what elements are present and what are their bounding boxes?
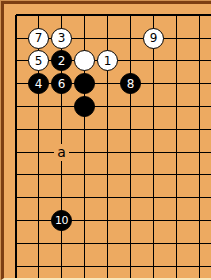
- board-intersection: [73, 232, 96, 255]
- board-intersection: [73, 95, 96, 118]
- board-intersection: [27, 118, 50, 141]
- board-intersection: [73, 4, 96, 27]
- board-intersection: [119, 164, 142, 187]
- board-intersection: [165, 27, 188, 50]
- board-intersection: [4, 232, 27, 255]
- board-intersection: [119, 4, 142, 27]
- board-intersection: [188, 118, 211, 141]
- board-intersection: [4, 118, 27, 141]
- board-intersection: [50, 186, 73, 209]
- board-intersection: [4, 4, 27, 27]
- board-intersection: [96, 118, 119, 141]
- board-intersection: [50, 255, 73, 278]
- board-intersection: [119, 118, 142, 141]
- board-intersection: [142, 72, 165, 95]
- stone-number: 10: [55, 215, 68, 226]
- stone-number: 5: [35, 55, 43, 67]
- board-intersection: [73, 209, 96, 232]
- board-intersection: [119, 186, 142, 209]
- board-intersection: [165, 255, 188, 278]
- black-stone-4: 4: [28, 73, 49, 94]
- stone-number: 8: [127, 78, 135, 90]
- black-stone-10: 10: [51, 210, 72, 231]
- board-intersection: [119, 95, 142, 118]
- board-intersection: [119, 209, 142, 232]
- board-intersection: [4, 50, 27, 73]
- board-intersection: 4: [27, 72, 50, 95]
- board-intersection: [50, 4, 73, 27]
- board-intersection: [188, 50, 211, 73]
- board-frame: 739521468a10: [1, 1, 211, 280]
- board-intersection: [188, 209, 211, 232]
- board-intersection: [27, 209, 50, 232]
- board-intersection: [50, 164, 73, 187]
- board-intersection: [4, 27, 27, 50]
- board-intersection: [27, 255, 50, 278]
- board-intersection: [73, 50, 96, 73]
- board-intersection: [96, 255, 119, 278]
- white-stone-1: 1: [97, 50, 118, 71]
- board-intersection: [119, 141, 142, 164]
- board-intersection: [96, 141, 119, 164]
- board-intersection: [142, 141, 165, 164]
- board-intersection: [165, 186, 188, 209]
- board-intersection: a: [50, 141, 73, 164]
- board-intersection: [188, 4, 211, 27]
- board-intersection: [142, 118, 165, 141]
- board-intersection: [165, 141, 188, 164]
- stone-number: 1: [104, 55, 112, 67]
- board-intersection: [73, 118, 96, 141]
- board-intersection: 8: [119, 72, 142, 95]
- board-intersection: 5: [27, 50, 50, 73]
- black-stone: [74, 73, 95, 94]
- board-intersection: [50, 232, 73, 255]
- board-intersection: [96, 209, 119, 232]
- board-intersection: [142, 4, 165, 27]
- board-intersection: [4, 72, 27, 95]
- board-intersection: [96, 27, 119, 50]
- white-stone-9: 9: [143, 28, 164, 49]
- board-intersection: [188, 255, 211, 278]
- board-intersection: 1: [96, 50, 119, 73]
- board-intersection: [188, 72, 211, 95]
- board-intersection: [142, 232, 165, 255]
- board-intersection: [73, 27, 96, 50]
- board-intersection: 7: [27, 27, 50, 50]
- board-intersection: [165, 50, 188, 73]
- board-intersection: [142, 50, 165, 73]
- board-intersection: [4, 186, 27, 209]
- board-intersection: [165, 72, 188, 95]
- stone-number: 2: [58, 55, 66, 67]
- board-intersection: [188, 27, 211, 50]
- board-intersection: [4, 164, 27, 187]
- go-diagram: 739521468a10: [0, 0, 211, 280]
- board-intersection: [165, 232, 188, 255]
- board-intersection: [4, 95, 27, 118]
- board-intersection: [142, 186, 165, 209]
- board-intersection: [4, 141, 27, 164]
- board-intersection: [96, 4, 119, 27]
- board-intersection: [73, 186, 96, 209]
- board-intersection: [50, 95, 73, 118]
- board-intersection: [188, 164, 211, 187]
- board-intersection: [142, 255, 165, 278]
- board-intersection: [27, 164, 50, 187]
- board-intersection: [73, 164, 96, 187]
- go-board-grid: 739521468a10: [4, 4, 211, 278]
- board-intersection: [96, 72, 119, 95]
- board-intersection: [96, 164, 119, 187]
- board-intersection: 10: [50, 209, 73, 232]
- board-intersection: [142, 209, 165, 232]
- black-stone-6: 6: [51, 73, 72, 94]
- board-intersection: [165, 118, 188, 141]
- board-intersection: [119, 232, 142, 255]
- board-intersection: [119, 255, 142, 278]
- board-intersection: 3: [50, 27, 73, 50]
- board-intersection: [96, 186, 119, 209]
- stone-number: 4: [35, 78, 43, 90]
- board-intersection: [165, 164, 188, 187]
- black-stone-2: 2: [51, 50, 72, 71]
- stone-number: 7: [35, 32, 43, 44]
- board-intersection: [165, 95, 188, 118]
- board-intersection: [188, 141, 211, 164]
- board-intersection: [96, 232, 119, 255]
- board-intersection: [96, 95, 119, 118]
- stone-number: 6: [58, 78, 66, 90]
- board-intersection: [165, 4, 188, 27]
- board-intersection: [165, 209, 188, 232]
- board-intersection: [27, 141, 50, 164]
- white-stone-7: 7: [28, 28, 49, 49]
- white-stone: [74, 50, 95, 71]
- board-intersection: [73, 255, 96, 278]
- board-intersection: [27, 186, 50, 209]
- point-label-a: a: [54, 144, 69, 161]
- board-intersection: [188, 186, 211, 209]
- board-intersection: [27, 95, 50, 118]
- stone-number: 3: [58, 32, 66, 44]
- board-intersection: [73, 72, 96, 95]
- board-intersection: [188, 95, 211, 118]
- board-intersection: [188, 232, 211, 255]
- board-intersection: [50, 118, 73, 141]
- board-intersection: [4, 255, 27, 278]
- black-stone: [74, 96, 95, 117]
- board-intersection: [27, 4, 50, 27]
- board-intersection: [119, 27, 142, 50]
- board-intersection: [27, 232, 50, 255]
- board-intersection: [142, 95, 165, 118]
- black-stone-8: 8: [120, 73, 141, 94]
- white-stone-3: 3: [51, 28, 72, 49]
- board-intersection: 2: [50, 50, 73, 73]
- board-intersection: [73, 141, 96, 164]
- board-intersection: 9: [142, 27, 165, 50]
- board-intersection: [119, 50, 142, 73]
- board-intersection: 6: [50, 72, 73, 95]
- white-stone-5: 5: [28, 50, 49, 71]
- board-intersection: [142, 164, 165, 187]
- board-intersection: [4, 209, 27, 232]
- stone-number: 9: [150, 32, 158, 44]
